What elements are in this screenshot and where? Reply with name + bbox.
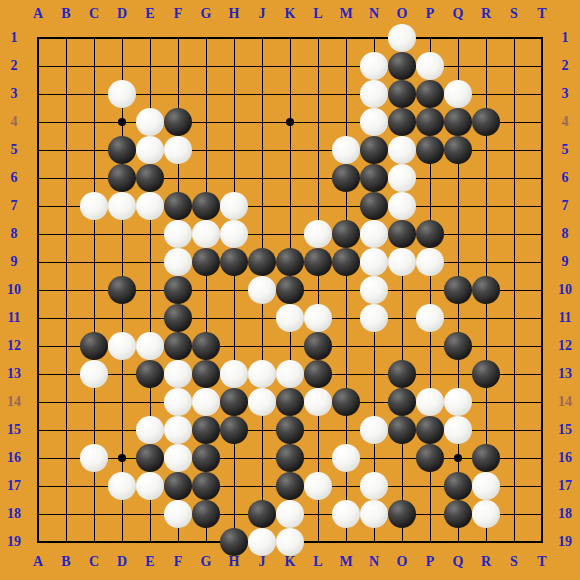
intersection-D3[interactable] (108, 80, 136, 108)
intersection-Q18[interactable] (444, 500, 472, 528)
intersection-L1[interactable] (304, 24, 332, 52)
intersection-O12[interactable] (388, 332, 416, 360)
intersection-S11[interactable] (500, 304, 528, 332)
intersection-E1[interactable] (136, 24, 164, 52)
intersection-Q5[interactable] (444, 136, 472, 164)
intersection-T10[interactable] (528, 276, 556, 304)
intersection-L13[interactable] (304, 360, 332, 388)
intersection-O11[interactable] (388, 304, 416, 332)
intersection-H9[interactable] (220, 248, 248, 276)
intersection-K17[interactable] (276, 472, 304, 500)
intersection-T13[interactable] (528, 360, 556, 388)
intersection-B18[interactable] (52, 500, 80, 528)
intersection-C4[interactable] (80, 108, 108, 136)
intersection-M8[interactable] (332, 220, 360, 248)
intersection-L5[interactable] (304, 136, 332, 164)
intersection-H11[interactable] (220, 304, 248, 332)
intersection-D18[interactable] (108, 500, 136, 528)
intersection-A19[interactable] (24, 528, 52, 556)
intersection-P13[interactable] (416, 360, 444, 388)
intersection-M6[interactable] (332, 164, 360, 192)
intersection-S13[interactable] (500, 360, 528, 388)
intersection-R6[interactable] (472, 164, 500, 192)
intersection-H5[interactable] (220, 136, 248, 164)
intersection-A15[interactable] (24, 416, 52, 444)
intersection-E7[interactable] (136, 192, 164, 220)
intersection-B12[interactable] (52, 332, 80, 360)
intersection-O7[interactable] (388, 192, 416, 220)
intersection-A16[interactable] (24, 444, 52, 472)
intersection-E15[interactable] (136, 416, 164, 444)
intersection-D6[interactable] (108, 164, 136, 192)
intersection-A7[interactable] (24, 192, 52, 220)
intersection-H19[interactable] (220, 528, 248, 556)
intersection-E3[interactable] (136, 80, 164, 108)
intersection-E4[interactable] (136, 108, 164, 136)
intersection-S12[interactable] (500, 332, 528, 360)
intersection-B7[interactable] (52, 192, 80, 220)
intersection-G5[interactable] (192, 136, 220, 164)
intersection-E11[interactable] (136, 304, 164, 332)
intersection-E17[interactable] (136, 472, 164, 500)
intersection-D11[interactable] (108, 304, 136, 332)
intersection-H15[interactable] (220, 416, 248, 444)
intersection-R17[interactable] (472, 472, 500, 500)
intersection-L8[interactable] (304, 220, 332, 248)
intersection-C8[interactable] (80, 220, 108, 248)
intersection-K3[interactable] (276, 80, 304, 108)
intersection-N16[interactable] (360, 444, 388, 472)
intersection-R9[interactable] (472, 248, 500, 276)
intersection-R15[interactable] (472, 416, 500, 444)
intersection-O10[interactable] (388, 276, 416, 304)
intersection-E16[interactable] (136, 444, 164, 472)
intersection-K1[interactable] (276, 24, 304, 52)
intersection-G9[interactable] (192, 248, 220, 276)
intersection-L19[interactable] (304, 528, 332, 556)
intersection-O18[interactable] (388, 500, 416, 528)
intersection-D13[interactable] (108, 360, 136, 388)
intersection-F5[interactable] (164, 136, 192, 164)
intersection-B16[interactable] (52, 444, 80, 472)
intersection-R14[interactable] (472, 388, 500, 416)
intersection-B10[interactable] (52, 276, 80, 304)
intersection-E5[interactable] (136, 136, 164, 164)
intersection-S9[interactable] (500, 248, 528, 276)
intersection-E14[interactable] (136, 388, 164, 416)
intersection-D17[interactable] (108, 472, 136, 500)
intersection-N10[interactable] (360, 276, 388, 304)
intersection-R7[interactable] (472, 192, 500, 220)
intersection-G2[interactable] (192, 52, 220, 80)
intersection-G16[interactable] (192, 444, 220, 472)
intersection-L11[interactable] (304, 304, 332, 332)
intersection-F6[interactable] (164, 164, 192, 192)
intersection-Q16[interactable] (444, 444, 472, 472)
intersection-D7[interactable] (108, 192, 136, 220)
intersection-Q11[interactable] (444, 304, 472, 332)
intersection-B15[interactable] (52, 416, 80, 444)
intersection-A5[interactable] (24, 136, 52, 164)
intersection-J4[interactable] (248, 108, 276, 136)
intersection-K13[interactable] (276, 360, 304, 388)
intersection-Q7[interactable] (444, 192, 472, 220)
intersection-S16[interactable] (500, 444, 528, 472)
intersection-B13[interactable] (52, 360, 80, 388)
intersection-O15[interactable] (388, 416, 416, 444)
intersection-N5[interactable] (360, 136, 388, 164)
intersection-F18[interactable] (164, 500, 192, 528)
intersection-H13[interactable] (220, 360, 248, 388)
intersection-H12[interactable] (220, 332, 248, 360)
intersection-C7[interactable] (80, 192, 108, 220)
intersection-L10[interactable] (304, 276, 332, 304)
intersection-S4[interactable] (500, 108, 528, 136)
intersection-A14[interactable] (24, 388, 52, 416)
intersection-P6[interactable] (416, 164, 444, 192)
intersection-D19[interactable] (108, 528, 136, 556)
intersection-S2[interactable] (500, 52, 528, 80)
intersection-Q2[interactable] (444, 52, 472, 80)
intersection-N1[interactable] (360, 24, 388, 52)
intersection-K10[interactable] (276, 276, 304, 304)
intersection-R16[interactable] (472, 444, 500, 472)
intersection-C12[interactable] (80, 332, 108, 360)
intersection-F16[interactable] (164, 444, 192, 472)
intersection-D2[interactable] (108, 52, 136, 80)
intersection-O8[interactable] (388, 220, 416, 248)
intersection-E13[interactable] (136, 360, 164, 388)
intersection-R18[interactable] (472, 500, 500, 528)
intersection-K9[interactable] (276, 248, 304, 276)
intersection-L17[interactable] (304, 472, 332, 500)
intersection-R13[interactable] (472, 360, 500, 388)
intersection-Q15[interactable] (444, 416, 472, 444)
intersection-R19[interactable] (472, 528, 500, 556)
intersection-R11[interactable] (472, 304, 500, 332)
intersection-J6[interactable] (248, 164, 276, 192)
intersection-B19[interactable] (52, 528, 80, 556)
intersection-B14[interactable] (52, 388, 80, 416)
intersection-C14[interactable] (80, 388, 108, 416)
intersection-D12[interactable] (108, 332, 136, 360)
intersection-F7[interactable] (164, 192, 192, 220)
intersection-K5[interactable] (276, 136, 304, 164)
intersection-F1[interactable] (164, 24, 192, 52)
intersection-E8[interactable] (136, 220, 164, 248)
intersection-R4[interactable] (472, 108, 500, 136)
intersection-T7[interactable] (528, 192, 556, 220)
intersection-S8[interactable] (500, 220, 528, 248)
intersection-T4[interactable] (528, 108, 556, 136)
intersection-C9[interactable] (80, 248, 108, 276)
intersection-A6[interactable] (24, 164, 52, 192)
intersection-H10[interactable] (220, 276, 248, 304)
intersection-G7[interactable] (192, 192, 220, 220)
intersection-E19[interactable] (136, 528, 164, 556)
intersection-C18[interactable] (80, 500, 108, 528)
intersection-O19[interactable] (388, 528, 416, 556)
intersection-R8[interactable] (472, 220, 500, 248)
intersection-C17[interactable] (80, 472, 108, 500)
intersection-A13[interactable] (24, 360, 52, 388)
intersection-A8[interactable] (24, 220, 52, 248)
intersection-L9[interactable] (304, 248, 332, 276)
intersection-G19[interactable] (192, 528, 220, 556)
intersection-N17[interactable] (360, 472, 388, 500)
intersection-T6[interactable] (528, 164, 556, 192)
intersection-A2[interactable] (24, 52, 52, 80)
intersection-F11[interactable] (164, 304, 192, 332)
intersection-L16[interactable] (304, 444, 332, 472)
intersection-J15[interactable] (248, 416, 276, 444)
intersection-P12[interactable] (416, 332, 444, 360)
intersection-D16[interactable] (108, 444, 136, 472)
intersection-N7[interactable] (360, 192, 388, 220)
intersection-O2[interactable] (388, 52, 416, 80)
intersection-M3[interactable] (332, 80, 360, 108)
intersection-B6[interactable] (52, 164, 80, 192)
intersection-G14[interactable] (192, 388, 220, 416)
intersection-S5[interactable] (500, 136, 528, 164)
intersection-G13[interactable] (192, 360, 220, 388)
intersection-N19[interactable] (360, 528, 388, 556)
intersection-P9[interactable] (416, 248, 444, 276)
intersection-B9[interactable] (52, 248, 80, 276)
intersection-P8[interactable] (416, 220, 444, 248)
intersection-H17[interactable] (220, 472, 248, 500)
intersection-S7[interactable] (500, 192, 528, 220)
intersection-B2[interactable] (52, 52, 80, 80)
intersection-L7[interactable] (304, 192, 332, 220)
intersection-M7[interactable] (332, 192, 360, 220)
intersection-K12[interactable] (276, 332, 304, 360)
intersection-S1[interactable] (500, 24, 528, 52)
intersection-D1[interactable] (108, 24, 136, 52)
intersection-K6[interactable] (276, 164, 304, 192)
intersection-N4[interactable] (360, 108, 388, 136)
intersection-Q4[interactable] (444, 108, 472, 136)
intersection-N6[interactable] (360, 164, 388, 192)
intersection-B11[interactable] (52, 304, 80, 332)
intersection-S15[interactable] (500, 416, 528, 444)
intersection-G6[interactable] (192, 164, 220, 192)
intersection-M12[interactable] (332, 332, 360, 360)
intersection-P19[interactable] (416, 528, 444, 556)
intersection-Q1[interactable] (444, 24, 472, 52)
intersection-H18[interactable] (220, 500, 248, 528)
intersection-J9[interactable] (248, 248, 276, 276)
intersection-T3[interactable] (528, 80, 556, 108)
intersection-N18[interactable] (360, 500, 388, 528)
intersection-H4[interactable] (220, 108, 248, 136)
intersection-A10[interactable] (24, 276, 52, 304)
intersection-L12[interactable] (304, 332, 332, 360)
intersection-C10[interactable] (80, 276, 108, 304)
intersection-N12[interactable] (360, 332, 388, 360)
intersection-P14[interactable] (416, 388, 444, 416)
intersection-A18[interactable] (24, 500, 52, 528)
intersection-L3[interactable] (304, 80, 332, 108)
intersection-T19[interactable] (528, 528, 556, 556)
intersection-J17[interactable] (248, 472, 276, 500)
intersection-R10[interactable] (472, 276, 500, 304)
intersection-A4[interactable] (24, 108, 52, 136)
intersection-G1[interactable] (192, 24, 220, 52)
intersection-S19[interactable] (500, 528, 528, 556)
intersection-K19[interactable] (276, 528, 304, 556)
intersection-T8[interactable] (528, 220, 556, 248)
intersection-T1[interactable] (528, 24, 556, 52)
intersection-A3[interactable] (24, 80, 52, 108)
intersection-E6[interactable] (136, 164, 164, 192)
intersection-K16[interactable] (276, 444, 304, 472)
intersection-M18[interactable] (332, 500, 360, 528)
intersection-C15[interactable] (80, 416, 108, 444)
intersection-M4[interactable] (332, 108, 360, 136)
intersection-Q8[interactable] (444, 220, 472, 248)
intersection-G15[interactable] (192, 416, 220, 444)
intersection-N2[interactable] (360, 52, 388, 80)
intersection-F14[interactable] (164, 388, 192, 416)
intersection-N14[interactable] (360, 388, 388, 416)
intersection-S6[interactable] (500, 164, 528, 192)
intersection-C3[interactable] (80, 80, 108, 108)
intersection-Q3[interactable] (444, 80, 472, 108)
intersection-P1[interactable] (416, 24, 444, 52)
intersection-T11[interactable] (528, 304, 556, 332)
intersection-M2[interactable] (332, 52, 360, 80)
intersection-P2[interactable] (416, 52, 444, 80)
intersection-S18[interactable] (500, 500, 528, 528)
intersection-B17[interactable] (52, 472, 80, 500)
intersection-Q13[interactable] (444, 360, 472, 388)
intersection-H1[interactable] (220, 24, 248, 52)
intersection-F4[interactable] (164, 108, 192, 136)
intersection-A11[interactable] (24, 304, 52, 332)
intersection-T5[interactable] (528, 136, 556, 164)
intersection-M19[interactable] (332, 528, 360, 556)
intersection-O16[interactable] (388, 444, 416, 472)
intersection-B1[interactable] (52, 24, 80, 52)
intersection-C5[interactable] (80, 136, 108, 164)
intersection-J7[interactable] (248, 192, 276, 220)
intersection-P17[interactable] (416, 472, 444, 500)
intersection-D14[interactable] (108, 388, 136, 416)
intersection-S3[interactable] (500, 80, 528, 108)
intersection-D10[interactable] (108, 276, 136, 304)
intersection-Q19[interactable] (444, 528, 472, 556)
intersection-C16[interactable] (80, 444, 108, 472)
intersection-O5[interactable] (388, 136, 416, 164)
intersection-O9[interactable] (388, 248, 416, 276)
intersection-K15[interactable] (276, 416, 304, 444)
intersection-T12[interactable] (528, 332, 556, 360)
intersection-J2[interactable] (248, 52, 276, 80)
intersection-H7[interactable] (220, 192, 248, 220)
intersection-N9[interactable] (360, 248, 388, 276)
intersection-P16[interactable] (416, 444, 444, 472)
intersection-J1[interactable] (248, 24, 276, 52)
intersection-C13[interactable] (80, 360, 108, 388)
intersection-M14[interactable] (332, 388, 360, 416)
intersection-J19[interactable] (248, 528, 276, 556)
intersection-T2[interactable] (528, 52, 556, 80)
intersection-F12[interactable] (164, 332, 192, 360)
intersection-J8[interactable] (248, 220, 276, 248)
intersection-J13[interactable] (248, 360, 276, 388)
intersection-F8[interactable] (164, 220, 192, 248)
intersection-H8[interactable] (220, 220, 248, 248)
intersection-L15[interactable] (304, 416, 332, 444)
intersection-M15[interactable] (332, 416, 360, 444)
intersection-F17[interactable] (164, 472, 192, 500)
intersection-R3[interactable] (472, 80, 500, 108)
intersection-H3[interactable] (220, 80, 248, 108)
intersection-P4[interactable] (416, 108, 444, 136)
intersection-E2[interactable] (136, 52, 164, 80)
intersection-C19[interactable] (80, 528, 108, 556)
intersection-G3[interactable] (192, 80, 220, 108)
intersection-T9[interactable] (528, 248, 556, 276)
intersection-M10[interactable] (332, 276, 360, 304)
intersection-P3[interactable] (416, 80, 444, 108)
intersection-A1[interactable] (24, 24, 52, 52)
intersection-S10[interactable] (500, 276, 528, 304)
intersection-P11[interactable] (416, 304, 444, 332)
intersection-L4[interactable] (304, 108, 332, 136)
intersection-D9[interactable] (108, 248, 136, 276)
intersection-O6[interactable] (388, 164, 416, 192)
intersection-O17[interactable] (388, 472, 416, 500)
intersection-H6[interactable] (220, 164, 248, 192)
intersection-G8[interactable] (192, 220, 220, 248)
intersection-N8[interactable] (360, 220, 388, 248)
intersection-O1[interactable] (388, 24, 416, 52)
intersection-T14[interactable] (528, 388, 556, 416)
intersection-T18[interactable] (528, 500, 556, 528)
intersection-Q9[interactable] (444, 248, 472, 276)
intersection-A12[interactable] (24, 332, 52, 360)
intersection-K14[interactable] (276, 388, 304, 416)
intersection-R1[interactable] (472, 24, 500, 52)
intersection-O3[interactable] (388, 80, 416, 108)
intersection-F15[interactable] (164, 416, 192, 444)
intersection-R2[interactable] (472, 52, 500, 80)
intersection-F3[interactable] (164, 80, 192, 108)
intersection-G10[interactable] (192, 276, 220, 304)
intersection-M9[interactable] (332, 248, 360, 276)
intersection-E12[interactable] (136, 332, 164, 360)
intersection-L18[interactable] (304, 500, 332, 528)
intersection-T16[interactable] (528, 444, 556, 472)
intersection-S14[interactable] (500, 388, 528, 416)
intersection-J14[interactable] (248, 388, 276, 416)
intersection-B4[interactable] (52, 108, 80, 136)
intersection-P10[interactable] (416, 276, 444, 304)
intersection-M16[interactable] (332, 444, 360, 472)
intersection-C11[interactable] (80, 304, 108, 332)
intersection-J11[interactable] (248, 304, 276, 332)
intersection-K7[interactable] (276, 192, 304, 220)
intersection-P5[interactable] (416, 136, 444, 164)
intersection-F9[interactable] (164, 248, 192, 276)
intersection-N13[interactable] (360, 360, 388, 388)
intersection-M17[interactable] (332, 472, 360, 500)
intersection-D15[interactable] (108, 416, 136, 444)
intersection-H16[interactable] (220, 444, 248, 472)
intersection-G4[interactable] (192, 108, 220, 136)
